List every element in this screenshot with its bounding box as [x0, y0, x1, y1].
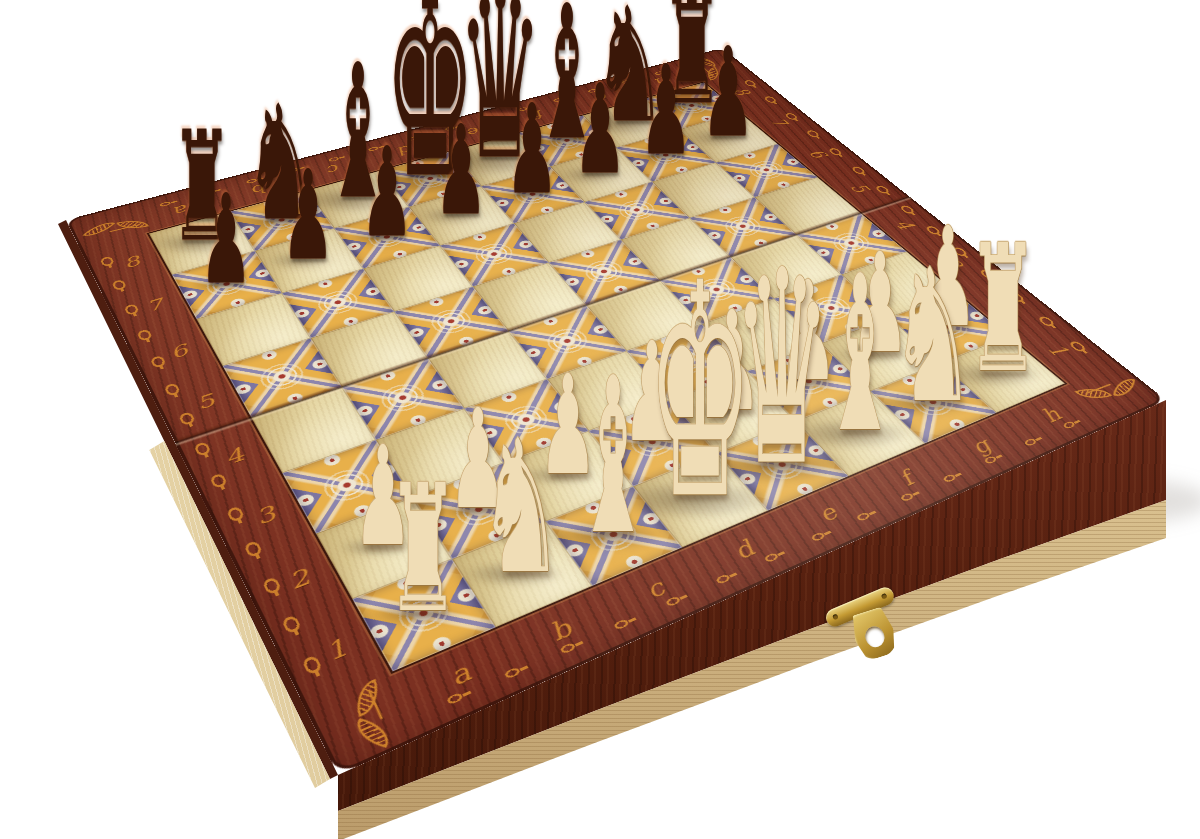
piece-black-pawn-a7[interactable]: ♟: [200, 178, 253, 301]
coordinate-label-4: 4: [221, 445, 247, 467]
piece-white-bishop-f1[interactable]: ♝: [821, 248, 898, 463]
product-photo-stage: 8765432187654321abcdefghabcdefgh ♜♞♝♚♛♝♞…: [0, 0, 1200, 839]
coordinate-label-h: h: [1036, 405, 1066, 425]
piece-white-knight-g1[interactable]: ♞: [890, 244, 976, 428]
coordinate-label-1: 1: [321, 635, 352, 664]
coordinate-label-5: 5: [193, 391, 218, 412]
leaf-icon: [347, 718, 397, 748]
piece-black-pawn-g7[interactable]: ♟: [639, 49, 692, 172]
piece-black-pawn-f7[interactable]: ♟: [574, 68, 627, 191]
piece-white-knight-b1[interactable]: ♞: [478, 414, 564, 598]
coordinate-label-1: 1: [1044, 342, 1073, 358]
coordinate-label-6: 6: [167, 342, 191, 361]
leaf-icon: [82, 220, 115, 239]
piece-white-king-d1[interactable]: ♚: [647, 245, 753, 540]
piece-white-rook-h1[interactable]: ♜: [966, 222, 1039, 398]
coordinate-label-2: 2: [284, 566, 313, 593]
coordinate-label-7: 7: [143, 296, 166, 314]
coordinate-label-5: 5: [847, 182, 872, 194]
leaf-icon: [1074, 384, 1112, 404]
piece-black-pawn-h7[interactable]: ♟: [701, 31, 754, 154]
coordinate-label-b: b: [544, 616, 576, 644]
coordinate-label-7: 7: [766, 116, 790, 127]
piece-white-bishop-c1[interactable]: ♝: [575, 350, 652, 565]
piece-black-pawn-e7[interactable]: ♟: [506, 88, 559, 211]
piece-white-rook-a1[interactable]: ♜: [387, 462, 460, 638]
piece-black-pawn-b7[interactable]: ♟: [282, 154, 335, 277]
clasp-loop-hole: [863, 624, 888, 650]
coordinate-label-3: 3: [251, 503, 279, 527]
piece-black-pawn-c7[interactable]: ♟: [360, 131, 413, 254]
coordinate-label-6: 6: [805, 148, 830, 159]
leaf-icon: [1113, 376, 1135, 399]
piece-black-pawn-d7[interactable]: ♟: [435, 109, 488, 232]
box-ground-shadow: [1020, 478, 1200, 524]
coordinate-label-8: 8: [120, 254, 142, 270]
coordinate-label-a: a: [444, 659, 475, 689]
